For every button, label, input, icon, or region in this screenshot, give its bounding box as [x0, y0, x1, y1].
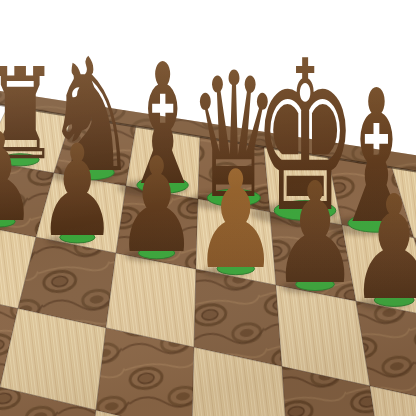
- chessboard: ♜♞♝♛♚♝♟♟♟♟♟♟: [0, 0, 416, 416]
- chess-set-photo: ♜♞♝♛♚♝♟♟♟♟♟♟: [0, 0, 416, 416]
- lighting-overlay: [0, 0, 416, 416]
